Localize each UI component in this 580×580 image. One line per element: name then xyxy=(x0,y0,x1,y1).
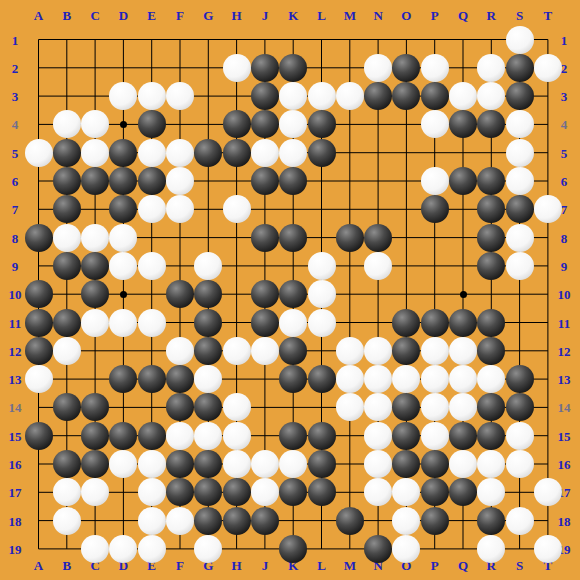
stone-white-e7[interactable] xyxy=(138,195,166,223)
stone-white-e5[interactable] xyxy=(138,139,166,167)
stone-black-e4[interactable] xyxy=(138,110,166,138)
stone-white-j12[interactable] xyxy=(251,337,279,365)
stone-black-m18[interactable] xyxy=(336,507,364,535)
row-label-left-16: 16 xyxy=(9,458,22,471)
stone-white-k5[interactable] xyxy=(279,139,307,167)
star-point-d10 xyxy=(120,291,127,298)
stone-white-j5[interactable] xyxy=(251,139,279,167)
stone-black-l4[interactable] xyxy=(308,110,336,138)
row-label-left-19: 19 xyxy=(9,542,22,555)
column-label-top-r: R xyxy=(487,9,496,22)
column-label-top-c: C xyxy=(90,9,99,22)
stone-white-b17[interactable] xyxy=(53,478,81,506)
row-label-right-12: 12 xyxy=(558,344,571,357)
stone-white-t7[interactable] xyxy=(534,195,562,223)
row-label-right-5: 5 xyxy=(561,146,568,159)
stone-black-f13[interactable] xyxy=(166,365,194,393)
stone-black-s13[interactable] xyxy=(506,365,534,393)
stone-white-p13[interactable] xyxy=(421,365,449,393)
stone-white-b18[interactable] xyxy=(53,507,81,535)
stone-black-b6[interactable] xyxy=(53,167,81,195)
column-label-top-f: F xyxy=(176,9,184,22)
stone-black-k2[interactable] xyxy=(279,54,307,82)
stone-white-h15[interactable] xyxy=(223,422,251,450)
stone-black-s7[interactable] xyxy=(506,195,534,223)
stone-black-j2[interactable] xyxy=(251,54,279,82)
row-label-right-10: 10 xyxy=(558,288,571,301)
stone-white-o18[interactable] xyxy=(392,507,420,535)
stone-black-l5[interactable] xyxy=(308,139,336,167)
stone-white-a5[interactable] xyxy=(25,139,53,167)
stone-black-d5[interactable] xyxy=(109,139,137,167)
stone-black-j11[interactable] xyxy=(251,309,279,337)
stone-black-a11[interactable] xyxy=(25,309,53,337)
column-label-top-m: M xyxy=(344,9,356,22)
stone-white-h14[interactable] xyxy=(223,393,251,421)
stone-black-r12[interactable] xyxy=(477,337,505,365)
stone-white-f3[interactable] xyxy=(166,82,194,110)
row-label-left-4: 4 xyxy=(12,118,19,131)
stone-white-n15[interactable] xyxy=(364,422,392,450)
stone-black-r8[interactable] xyxy=(477,224,505,252)
column-label-top-d: D xyxy=(119,9,128,22)
row-label-right-14: 14 xyxy=(558,401,571,414)
stone-black-b14[interactable] xyxy=(53,393,81,421)
column-label-top-a: A xyxy=(34,9,43,22)
stone-black-c9[interactable] xyxy=(81,252,109,280)
stone-black-r9[interactable] xyxy=(477,252,505,280)
row-label-left-1: 1 xyxy=(12,33,19,46)
row-label-right-15: 15 xyxy=(558,429,571,442)
stone-white-s8[interactable] xyxy=(506,224,534,252)
stone-black-k6[interactable] xyxy=(279,167,307,195)
stone-white-l11[interactable] xyxy=(308,309,336,337)
stone-white-e16[interactable] xyxy=(138,450,166,478)
row-label-right-13: 13 xyxy=(558,373,571,386)
column-label-top-q: Q xyxy=(458,9,468,22)
stone-black-n8[interactable] xyxy=(364,224,392,252)
stone-white-j16[interactable] xyxy=(251,450,279,478)
row-label-left-13: 13 xyxy=(9,373,22,386)
column-label-top-o: O xyxy=(401,9,411,22)
stone-black-o15[interactable] xyxy=(392,422,420,450)
stone-black-r11[interactable] xyxy=(477,309,505,337)
row-label-left-9: 9 xyxy=(12,259,19,272)
stone-black-p3[interactable] xyxy=(421,82,449,110)
stone-black-k8[interactable] xyxy=(279,224,307,252)
stone-black-s3[interactable] xyxy=(506,82,534,110)
stone-black-c6[interactable] xyxy=(81,167,109,195)
go-board: AABBCCDDEEFFGGHHJJKKLLMMNNOOPPQQRRSSTT11… xyxy=(0,0,580,580)
stone-black-e13[interactable] xyxy=(138,365,166,393)
stone-white-m13[interactable] xyxy=(336,365,364,393)
stone-black-s14[interactable] xyxy=(506,393,534,421)
stone-white-n12[interactable] xyxy=(364,337,392,365)
row-label-left-12: 12 xyxy=(9,344,22,357)
column-label-top-j: J xyxy=(262,9,269,22)
stone-white-m3[interactable] xyxy=(336,82,364,110)
stone-white-b12[interactable] xyxy=(53,337,81,365)
stone-white-l10[interactable] xyxy=(308,280,336,308)
stone-white-s6[interactable] xyxy=(506,167,534,195)
stone-white-n9[interactable] xyxy=(364,252,392,280)
column-label-top-b: B xyxy=(62,9,71,22)
column-label-top-p: P xyxy=(431,9,439,22)
stone-black-p11[interactable] xyxy=(421,309,449,337)
stone-black-a12[interactable] xyxy=(25,337,53,365)
row-label-left-17: 17 xyxy=(9,486,22,499)
stone-black-k19[interactable] xyxy=(279,535,307,563)
column-label-top-h: H xyxy=(232,9,242,22)
stone-white-f15[interactable] xyxy=(166,422,194,450)
stone-white-t2[interactable] xyxy=(534,54,562,82)
stone-white-s15[interactable] xyxy=(506,422,534,450)
stone-black-o11[interactable] xyxy=(392,309,420,337)
column-label-bottom-q: Q xyxy=(458,559,468,572)
column-label-bottom-b: B xyxy=(62,559,71,572)
stone-white-c5[interactable] xyxy=(81,139,109,167)
column-label-bottom-h: H xyxy=(232,559,242,572)
stone-black-n3[interactable] xyxy=(364,82,392,110)
stone-white-d8[interactable] xyxy=(109,224,137,252)
stone-white-p2[interactable] xyxy=(421,54,449,82)
stone-white-p15[interactable] xyxy=(421,422,449,450)
stone-white-e17[interactable] xyxy=(138,478,166,506)
column-label-top-k: K xyxy=(288,9,298,22)
stone-black-n19[interactable] xyxy=(364,535,392,563)
stone-white-q12[interactable] xyxy=(449,337,477,365)
stone-white-c8[interactable] xyxy=(81,224,109,252)
row-label-left-5: 5 xyxy=(12,146,19,159)
stone-black-j6[interactable] xyxy=(251,167,279,195)
stone-white-b4[interactable] xyxy=(53,110,81,138)
stone-black-b5[interactable] xyxy=(53,139,81,167)
stone-black-k12[interactable] xyxy=(279,337,307,365)
row-label-left-6: 6 xyxy=(12,175,19,188)
stone-white-m14[interactable] xyxy=(336,393,364,421)
stone-black-h5[interactable] xyxy=(223,139,251,167)
stone-black-g12[interactable] xyxy=(194,337,222,365)
stone-black-h17[interactable] xyxy=(223,478,251,506)
column-label-top-e: E xyxy=(147,9,156,22)
stone-black-o12[interactable] xyxy=(392,337,420,365)
stone-white-c11[interactable] xyxy=(81,309,109,337)
stone-black-f16[interactable] xyxy=(166,450,194,478)
stone-black-r15[interactable] xyxy=(477,422,505,450)
stone-white-q3[interactable] xyxy=(449,82,477,110)
stone-black-e6[interactable] xyxy=(138,167,166,195)
stone-white-g19[interactable] xyxy=(194,535,222,563)
stone-black-l16[interactable] xyxy=(308,450,336,478)
stone-black-b16[interactable] xyxy=(53,450,81,478)
row-label-left-8: 8 xyxy=(12,231,19,244)
stone-white-s4[interactable] xyxy=(506,110,534,138)
stone-white-s18[interactable] xyxy=(506,507,534,535)
stone-white-s9[interactable] xyxy=(506,252,534,280)
column-label-bottom-m: M xyxy=(344,559,356,572)
stone-white-e11[interactable] xyxy=(138,309,166,337)
column-label-top-s: S xyxy=(516,9,523,22)
stone-black-a10[interactable] xyxy=(25,280,53,308)
stone-black-h4[interactable] xyxy=(223,110,251,138)
stone-white-k16[interactable] xyxy=(279,450,307,478)
stone-white-n16[interactable] xyxy=(364,450,392,478)
stone-black-p18[interactable] xyxy=(421,507,449,535)
stone-black-e15[interactable] xyxy=(138,422,166,450)
stone-white-n2[interactable] xyxy=(364,54,392,82)
stone-white-r2[interactable] xyxy=(477,54,505,82)
stone-white-n13[interactable] xyxy=(364,365,392,393)
column-label-bottom-j: J xyxy=(262,559,269,572)
stone-white-t19[interactable] xyxy=(534,535,562,563)
row-label-left-11: 11 xyxy=(9,316,21,329)
row-label-right-3: 3 xyxy=(561,90,568,103)
row-label-right-18: 18 xyxy=(558,514,571,527)
stone-white-p14[interactable] xyxy=(421,393,449,421)
stone-black-a15[interactable] xyxy=(25,422,53,450)
stone-white-g9[interactable] xyxy=(194,252,222,280)
row-label-right-1: 1 xyxy=(561,33,568,46)
stone-white-e18[interactable] xyxy=(138,507,166,535)
stone-black-j8[interactable] xyxy=(251,224,279,252)
column-label-bottom-s: S xyxy=(516,559,523,572)
stone-white-e9[interactable] xyxy=(138,252,166,280)
stone-white-d11[interactable] xyxy=(109,309,137,337)
stone-white-l3[interactable] xyxy=(308,82,336,110)
stone-white-q16[interactable] xyxy=(449,450,477,478)
stone-black-b11[interactable] xyxy=(53,309,81,337)
stone-black-m8[interactable] xyxy=(336,224,364,252)
star-point-q10 xyxy=(460,291,467,298)
stone-black-b9[interactable] xyxy=(53,252,81,280)
stone-black-g11[interactable] xyxy=(194,309,222,337)
column-label-bottom-p: P xyxy=(431,559,439,572)
stone-white-f6[interactable] xyxy=(166,167,194,195)
stone-black-p16[interactable] xyxy=(421,450,449,478)
row-label-right-4: 4 xyxy=(561,118,568,131)
stone-black-l17[interactable] xyxy=(308,478,336,506)
stone-white-j17[interactable] xyxy=(251,478,279,506)
stone-white-r19[interactable] xyxy=(477,535,505,563)
stone-black-c15[interactable] xyxy=(81,422,109,450)
row-label-right-9: 9 xyxy=(561,259,568,272)
stone-white-b8[interactable] xyxy=(53,224,81,252)
stone-white-s1[interactable] xyxy=(506,26,534,54)
stone-white-c19[interactable] xyxy=(81,535,109,563)
row-label-left-2: 2 xyxy=(12,61,19,74)
row-label-left-3: 3 xyxy=(12,90,19,103)
stone-white-q13[interactable] xyxy=(449,365,477,393)
stone-white-k11[interactable] xyxy=(279,309,307,337)
stone-black-r18[interactable] xyxy=(477,507,505,535)
stone-black-j18[interactable] xyxy=(251,507,279,535)
stone-white-p4[interactable] xyxy=(421,110,449,138)
stone-white-g15[interactable] xyxy=(194,422,222,450)
stone-black-a8[interactable] xyxy=(25,224,53,252)
stone-black-g18[interactable] xyxy=(194,507,222,535)
stone-black-h18[interactable] xyxy=(223,507,251,535)
row-label-right-11: 11 xyxy=(558,316,570,329)
stone-black-j10[interactable] xyxy=(251,280,279,308)
stone-black-b7[interactable] xyxy=(53,195,81,223)
stone-black-q11[interactable] xyxy=(449,309,477,337)
stone-black-f10[interactable] xyxy=(166,280,194,308)
stone-white-f18[interactable] xyxy=(166,507,194,535)
stone-white-h16[interactable] xyxy=(223,450,251,478)
row-label-right-16: 16 xyxy=(558,458,571,471)
column-label-top-g: G xyxy=(203,9,213,22)
row-label-right-8: 8 xyxy=(561,231,568,244)
stone-white-h7[interactable] xyxy=(223,195,251,223)
stone-white-m12[interactable] xyxy=(336,337,364,365)
row-label-left-10: 10 xyxy=(9,288,22,301)
stone-black-l13[interactable] xyxy=(308,365,336,393)
stone-white-p6[interactable] xyxy=(421,167,449,195)
stone-white-f5[interactable] xyxy=(166,139,194,167)
column-label-top-t: T xyxy=(544,9,553,22)
stone-black-j3[interactable] xyxy=(251,82,279,110)
star-point-d4 xyxy=(120,121,127,128)
row-label-left-7: 7 xyxy=(12,203,19,216)
stone-black-s2[interactable] xyxy=(506,54,534,82)
row-label-left-18: 18 xyxy=(9,514,22,527)
stone-white-f12[interactable] xyxy=(166,337,194,365)
stone-white-e19[interactable] xyxy=(138,535,166,563)
row-label-right-6: 6 xyxy=(561,175,568,188)
stone-white-l9[interactable] xyxy=(308,252,336,280)
column-label-bottom-a: A xyxy=(34,559,43,572)
stone-black-c16[interactable] xyxy=(81,450,109,478)
stone-white-h2[interactable] xyxy=(223,54,251,82)
stone-white-e3[interactable] xyxy=(138,82,166,110)
stone-black-d15[interactable] xyxy=(109,422,137,450)
stone-white-h12[interactable] xyxy=(223,337,251,365)
stone-black-q6[interactable] xyxy=(449,167,477,195)
row-label-left-14: 14 xyxy=(9,401,22,414)
row-label-left-15: 15 xyxy=(9,429,22,442)
stone-black-l15[interactable] xyxy=(308,422,336,450)
stone-white-s5[interactable] xyxy=(506,139,534,167)
column-label-bottom-f: F xyxy=(176,559,184,572)
stone-black-p7[interactable] xyxy=(421,195,449,223)
stone-black-p17[interactable] xyxy=(421,478,449,506)
column-label-bottom-l: L xyxy=(317,559,326,572)
stone-white-s16[interactable] xyxy=(506,450,534,478)
column-label-top-l: L xyxy=(317,9,326,22)
stone-white-p12[interactable] xyxy=(421,337,449,365)
stone-black-q15[interactable] xyxy=(449,422,477,450)
stone-black-k15[interactable] xyxy=(279,422,307,450)
column-label-top-n: N xyxy=(373,9,382,22)
stone-black-g5[interactable] xyxy=(194,139,222,167)
stone-white-a13[interactable] xyxy=(25,365,53,393)
stone-black-o2[interactable] xyxy=(392,54,420,82)
stone-white-t17[interactable] xyxy=(534,478,562,506)
